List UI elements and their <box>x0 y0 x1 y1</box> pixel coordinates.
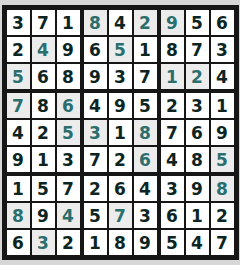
cell-r6c1[interactable]: 9 <box>7 147 30 172</box>
cell-r4c1[interactable]: 7 <box>7 93 30 118</box>
cell-r5c8[interactable]: 6 <box>186 120 209 145</box>
cell-r3c5[interactable]: 3 <box>109 64 132 89</box>
cell-r5c3[interactable]: 5 <box>57 120 80 145</box>
cell-r5c2[interactable]: 2 <box>32 120 55 145</box>
cell-r6c4[interactable]: 7 <box>84 147 107 172</box>
cell-r5c1[interactable]: 4 <box>7 120 30 145</box>
box-9: 398612547 <box>161 176 234 255</box>
cell-r4c2[interactable]: 8 <box>32 93 55 118</box>
cell-r3c9[interactable]: 4 <box>211 64 234 89</box>
cell-r8c9[interactable]: 2 <box>211 203 234 228</box>
cell-r9c2[interactable]: 3 <box>32 230 55 255</box>
cell-r8c2[interactable]: 9 <box>32 203 55 228</box>
cell-r9c5[interactable]: 8 <box>109 230 132 255</box>
cell-r5c6[interactable]: 8 <box>134 120 157 145</box>
cell-r8c6[interactable]: 3 <box>134 203 157 228</box>
cell-r7c5[interactable]: 6 <box>109 176 132 201</box>
cell-r8c4[interactable]: 5 <box>84 203 107 228</box>
sudoku-board: 3712495688426519379568731247864259134953… <box>2 5 239 260</box>
cell-r7c1[interactable]: 1 <box>7 176 30 201</box>
cell-r2c3[interactable]: 9 <box>57 37 80 62</box>
cell-r1c6[interactable]: 2 <box>134 10 157 35</box>
cell-r3c6[interactable]: 7 <box>134 64 157 89</box>
cell-r9c6[interactable]: 9 <box>134 230 157 255</box>
cell-r7c8[interactable]: 9 <box>186 176 209 201</box>
cell-r3c2[interactable]: 6 <box>32 64 55 89</box>
cell-r7c7[interactable]: 3 <box>161 176 184 201</box>
cell-r1c2[interactable]: 7 <box>32 10 55 35</box>
cell-r8c7[interactable]: 6 <box>161 203 184 228</box>
cell-r6c9[interactable]: 5 <box>211 147 234 172</box>
cell-r5c9[interactable]: 9 <box>211 120 234 145</box>
box-3: 956873124 <box>161 10 234 89</box>
cell-r1c3[interactable]: 1 <box>57 10 80 35</box>
cell-r2c7[interactable]: 8 <box>161 37 184 62</box>
cell-r1c7[interactable]: 9 <box>161 10 184 35</box>
cell-r1c5[interactable]: 4 <box>109 10 132 35</box>
cell-r9c4[interactable]: 1 <box>84 230 107 255</box>
cell-r6c5[interactable]: 2 <box>109 147 132 172</box>
cell-r9c3[interactable]: 2 <box>57 230 80 255</box>
cell-r3c8[interactable]: 2 <box>186 64 209 89</box>
box-6: 231769485 <box>161 93 234 172</box>
cell-r1c9[interactable]: 6 <box>211 10 234 35</box>
cell-r1c8[interactable]: 5 <box>186 10 209 35</box>
cell-r8c1[interactable]: 8 <box>7 203 30 228</box>
cell-r7c3[interactable]: 7 <box>57 176 80 201</box>
cell-r8c5[interactable]: 7 <box>109 203 132 228</box>
cell-r4c6[interactable]: 5 <box>134 93 157 118</box>
box-1: 371249568 <box>7 10 80 89</box>
cell-r7c9[interactable]: 8 <box>211 176 234 201</box>
cell-r6c3[interactable]: 3 <box>57 147 80 172</box>
box-5: 495318726 <box>84 93 157 172</box>
cell-r4c3[interactable]: 6 <box>57 93 80 118</box>
cell-r4c5[interactable]: 9 <box>109 93 132 118</box>
cell-r2c5[interactable]: 5 <box>109 37 132 62</box>
cell-r7c4[interactable]: 2 <box>84 176 107 201</box>
cell-r4c9[interactable]: 1 <box>211 93 234 118</box>
cell-r2c8[interactable]: 7 <box>186 37 209 62</box>
cell-r3c1[interactable]: 5 <box>7 64 30 89</box>
cell-r6c2[interactable]: 1 <box>32 147 55 172</box>
cell-r8c3[interactable]: 4 <box>57 203 80 228</box>
cell-r3c4[interactable]: 9 <box>84 64 107 89</box>
cell-r2c9[interactable]: 3 <box>211 37 234 62</box>
cell-r4c8[interactable]: 3 <box>186 93 209 118</box>
cell-r6c6[interactable]: 6 <box>134 147 157 172</box>
cell-r2c1[interactable]: 2 <box>7 37 30 62</box>
cell-r5c5[interactable]: 1 <box>109 120 132 145</box>
cell-r8c8[interactable]: 1 <box>186 203 209 228</box>
cell-r6c7[interactable]: 4 <box>161 147 184 172</box>
cell-r5c7[interactable]: 7 <box>161 120 184 145</box>
cell-r9c9[interactable]: 7 <box>211 230 234 255</box>
cell-r7c6[interactable]: 4 <box>134 176 157 201</box>
cell-r2c2[interactable]: 4 <box>32 37 55 62</box>
cell-r2c6[interactable]: 1 <box>134 37 157 62</box>
cell-r9c7[interactable]: 5 <box>161 230 184 255</box>
cell-r4c7[interactable]: 2 <box>161 93 184 118</box>
cell-r5c4[interactable]: 3 <box>84 120 107 145</box>
cell-r7c2[interactable]: 5 <box>32 176 55 201</box>
cell-r6c8[interactable]: 8 <box>186 147 209 172</box>
page-background: 3712495688426519379568731247864259134953… <box>0 0 240 265</box>
cell-r9c8[interactable]: 4 <box>186 230 209 255</box>
cell-r9c1[interactable]: 6 <box>7 230 30 255</box>
cell-r1c4[interactable]: 8 <box>84 10 107 35</box>
box-8: 264573189 <box>84 176 157 255</box>
box-7: 157894632 <box>7 176 80 255</box>
cell-r3c3[interactable]: 8 <box>57 64 80 89</box>
box-4: 786425913 <box>7 93 80 172</box>
cell-r2c4[interactable]: 6 <box>84 37 107 62</box>
cell-r3c7[interactable]: 1 <box>161 64 184 89</box>
cell-r4c4[interactable]: 4 <box>84 93 107 118</box>
box-2: 842651937 <box>84 10 157 89</box>
cell-r1c1[interactable]: 3 <box>7 10 30 35</box>
